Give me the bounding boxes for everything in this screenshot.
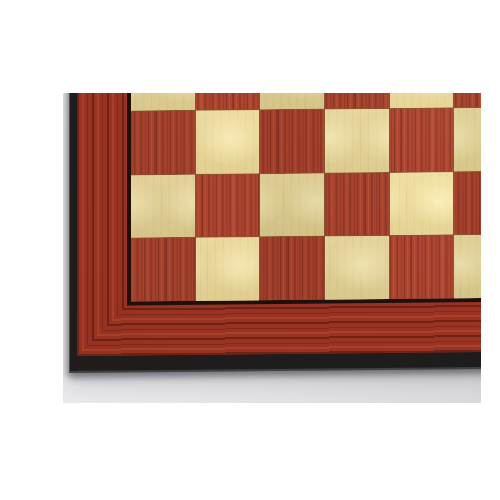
- square-d2: [325, 173, 389, 236]
- square-f2: [454, 171, 481, 234]
- square-c3: [260, 110, 324, 173]
- square-a1: [131, 238, 195, 301]
- square-b4: [196, 93, 260, 110]
- square-b3: [196, 110, 260, 173]
- square-d4: [325, 93, 389, 109]
- board-frame: [77, 93, 481, 356]
- square-c2: [260, 173, 324, 236]
- board-frame-bottom-grain: [77, 300, 481, 356]
- square-c4: [260, 93, 324, 109]
- square-e1: [390, 236, 454, 299]
- square-d3: [325, 109, 389, 172]
- page-background: [0, 0, 500, 500]
- square-c1: [260, 237, 324, 300]
- square-f4: [454, 93, 481, 107]
- square-a2: [131, 175, 195, 238]
- square-e3: [390, 108, 454, 171]
- board-frame-left-grain: [77, 93, 127, 356]
- chess-board: [69, 93, 481, 373]
- square-e4: [390, 93, 454, 108]
- square-a4: [131, 93, 195, 111]
- square-f3: [454, 108, 481, 171]
- square-b1: [196, 238, 260, 301]
- square-a3: [131, 111, 195, 174]
- board-squares: [131, 93, 481, 301]
- square-e2: [390, 172, 454, 235]
- square-b2: [196, 174, 260, 237]
- square-d1: [325, 236, 389, 299]
- product-photo: [63, 93, 481, 403]
- square-f1: [454, 235, 481, 298]
